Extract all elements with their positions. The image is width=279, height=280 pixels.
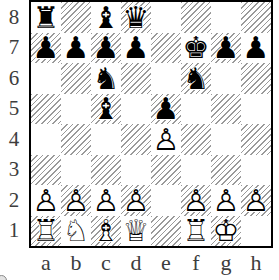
white-pawn-icon: ♟♙ <box>61 185 91 216</box>
file-label-a: a <box>31 246 61 278</box>
file-label-g: g <box>211 246 241 278</box>
square-b7[interactable]: ♟♟ <box>61 33 91 64</box>
white-rook-icon: ♜♖ <box>181 216 211 247</box>
square-b5[interactable] <box>61 94 91 125</box>
square-d7[interactable]: ♟♟ <box>121 33 151 64</box>
square-f5[interactable] <box>181 94 211 125</box>
white-pawn-icon: ♟♙ <box>121 185 151 216</box>
square-g5[interactable] <box>211 94 241 125</box>
square-a3[interactable] <box>31 155 61 186</box>
white-king-icon: ♚♔ <box>211 216 241 247</box>
square-d5[interactable] <box>121 94 151 125</box>
board: ♜♜♝♝♛♛♟♟♟♟♟♟♟♟♚♚♟♟♟♟♞♞♞♞♝♝♟♟♟♙♟♙♟♙♟♙♟♙♟♙… <box>29 0 273 248</box>
square-g4[interactable] <box>211 124 241 155</box>
black-pawn-icon: ♟♟ <box>121 33 151 64</box>
square-c7[interactable]: ♟♟ <box>91 33 121 64</box>
square-d1[interactable]: ♛♕ <box>121 216 151 247</box>
rank-label-7: 7 <box>0 33 28 64</box>
square-h4[interactable] <box>241 124 271 155</box>
black-pawn-icon: ♟♟ <box>151 94 181 125</box>
square-c1[interactable]: ♝♗ <box>91 216 121 247</box>
square-g8[interactable] <box>211 2 241 33</box>
square-e6[interactable] <box>151 63 181 94</box>
white-pawn-icon: ♟♙ <box>211 185 241 216</box>
file-label-h: h <box>241 246 271 278</box>
square-d8[interactable]: ♛♛ <box>121 2 151 33</box>
square-d3[interactable] <box>121 155 151 186</box>
square-e4[interactable]: ♟♙ <box>151 124 181 155</box>
square-d2[interactable]: ♟♙ <box>121 185 151 216</box>
page-corner-artifact <box>0 275 7 280</box>
square-a5[interactable] <box>31 94 61 125</box>
square-f7[interactable]: ♚♚ <box>181 33 211 64</box>
square-c8[interactable]: ♝♝ <box>91 2 121 33</box>
rank-label-1: 1 <box>0 216 28 247</box>
black-knight-icon: ♞♞ <box>181 63 211 94</box>
square-c3[interactable] <box>91 155 121 186</box>
square-a8[interactable]: ♜♜ <box>31 2 61 33</box>
rank-label-8: 8 <box>0 2 28 33</box>
black-pawn-icon: ♟♟ <box>91 33 121 64</box>
file-label-c: c <box>91 246 121 278</box>
square-h5[interactable] <box>241 94 271 125</box>
rank-label-3: 3 <box>0 155 28 186</box>
black-bishop-icon: ♝♝ <box>91 94 121 125</box>
file-labels: abcdefgh <box>31 246 271 278</box>
square-f4[interactable] <box>181 124 211 155</box>
square-e2[interactable] <box>151 185 181 216</box>
square-h2[interactable]: ♟♙ <box>241 185 271 216</box>
square-g6[interactable] <box>211 63 241 94</box>
square-e3[interactable] <box>151 155 181 186</box>
white-pawn-icon: ♟♙ <box>181 185 211 216</box>
square-a4[interactable] <box>31 124 61 155</box>
black-pawn-icon: ♟♟ <box>31 33 61 64</box>
file-label-d: d <box>121 246 151 278</box>
square-g2[interactable]: ♟♙ <box>211 185 241 216</box>
square-f3[interactable] <box>181 155 211 186</box>
square-b3[interactable] <box>61 155 91 186</box>
white-pawn-icon: ♟♙ <box>91 185 121 216</box>
rank-label-5: 5 <box>0 94 28 125</box>
square-b8[interactable] <box>61 2 91 33</box>
square-b2[interactable]: ♟♙ <box>61 185 91 216</box>
rank-label-2: 2 <box>0 185 28 216</box>
chess-diagram: 87654321 ♜♜♝♝♛♛♟♟♟♟♟♟♟♟♚♚♟♟♟♟♞♞♞♞♝♝♟♟♟♙♟… <box>0 0 279 280</box>
square-c5[interactable]: ♝♝ <box>91 94 121 125</box>
file-label-b: b <box>61 246 91 278</box>
rank-label-4: 4 <box>0 124 28 155</box>
black-knight-icon: ♞♞ <box>91 63 121 94</box>
square-f2[interactable]: ♟♙ <box>181 185 211 216</box>
square-d6[interactable] <box>121 63 151 94</box>
black-pawn-icon: ♟♟ <box>211 33 241 64</box>
square-h1[interactable] <box>241 216 271 247</box>
square-h7[interactable]: ♟♟ <box>241 33 271 64</box>
white-knight-icon: ♞♘ <box>61 216 91 247</box>
white-bishop-icon: ♝♗ <box>91 216 121 247</box>
black-pawn-icon: ♟♟ <box>241 33 271 64</box>
square-b1[interactable]: ♞♘ <box>61 216 91 247</box>
square-b4[interactable] <box>61 124 91 155</box>
square-g7[interactable]: ♟♟ <box>211 33 241 64</box>
square-c6[interactable]: ♞♞ <box>91 63 121 94</box>
square-a2[interactable]: ♟♙ <box>31 185 61 216</box>
white-queen-icon: ♛♕ <box>121 216 151 247</box>
square-f8[interactable] <box>181 2 211 33</box>
square-f1[interactable]: ♜♖ <box>181 216 211 247</box>
rank-label-6: 6 <box>0 63 28 94</box>
file-label-f: f <box>181 246 211 278</box>
square-e7[interactable] <box>151 33 181 64</box>
white-pawn-icon: ♟♙ <box>151 124 181 155</box>
square-a6[interactable] <box>31 63 61 94</box>
square-b6[interactable] <box>61 63 91 94</box>
square-c4[interactable] <box>91 124 121 155</box>
black-bishop-icon: ♝♝ <box>91 2 121 33</box>
square-h6[interactable] <box>241 63 271 94</box>
black-queen-icon: ♛♛ <box>121 2 151 33</box>
square-c2[interactable]: ♟♙ <box>91 185 121 216</box>
square-g1[interactable]: ♚♔ <box>211 216 241 247</box>
square-e5[interactable]: ♟♟ <box>151 94 181 125</box>
square-h8[interactable] <box>241 2 271 33</box>
black-pawn-icon: ♟♟ <box>61 33 91 64</box>
rank-labels: 87654321 <box>0 2 28 246</box>
square-e8[interactable] <box>151 2 181 33</box>
black-king-icon: ♚♚ <box>181 33 211 64</box>
white-rook-icon: ♜♖ <box>31 216 61 247</box>
square-e1[interactable] <box>151 216 181 247</box>
square-a7[interactable]: ♟♟ <box>31 33 61 64</box>
square-h3[interactable] <box>241 155 271 186</box>
white-pawn-icon: ♟♙ <box>31 185 61 216</box>
square-g3[interactable] <box>211 155 241 186</box>
square-a1[interactable]: ♜♖ <box>31 216 61 247</box>
file-label-e: e <box>151 246 181 278</box>
square-d4[interactable] <box>121 124 151 155</box>
white-pawn-icon: ♟♙ <box>241 185 271 216</box>
square-f6[interactable]: ♞♞ <box>181 63 211 94</box>
black-rook-icon: ♜♜ <box>31 2 61 33</box>
